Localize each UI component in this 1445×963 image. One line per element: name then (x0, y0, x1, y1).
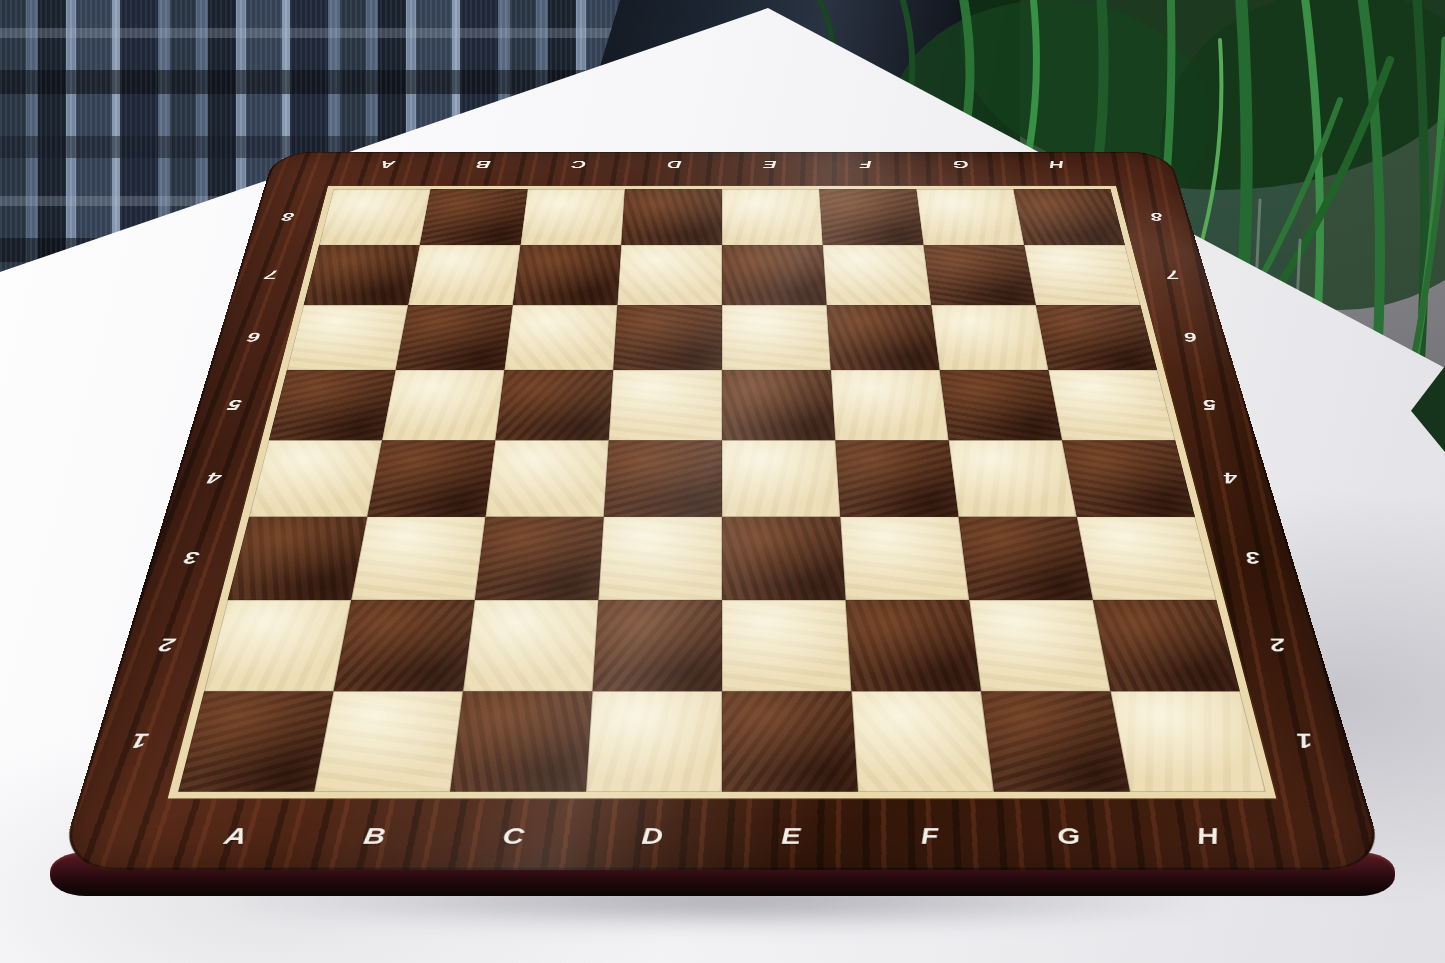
square-f3 (840, 517, 969, 600)
board-perspective-wrap: ABCDEFGH ABCDEFGH 87654321 87654321 (0, 0, 1445, 963)
coord-label-3: 3 (153, 517, 228, 600)
square-c1 (450, 691, 592, 791)
coord-label-a: A (337, 154, 437, 175)
coord-label-7: 7 (1143, 245, 1204, 305)
coord-label-6: 6 (1159, 305, 1223, 370)
chess-board: ABCDEFGH ABCDEFGH 87654321 87654321 (57, 152, 1387, 870)
coord-label-4: 4 (178, 440, 249, 516)
coord-label-g: G (997, 814, 1143, 859)
square-a5 (269, 370, 396, 440)
square-h5 (1048, 370, 1175, 440)
square-d6 (613, 305, 722, 370)
coord-label-4: 4 (1195, 440, 1266, 516)
square-g3 (958, 517, 1092, 600)
square-b6 (396, 305, 513, 370)
coord-label-1: 1 (1263, 691, 1348, 791)
square-f6 (827, 305, 940, 370)
square-d8 (621, 189, 722, 245)
coord-bottom: ABCDEFGH (161, 814, 1283, 859)
coord-label-2: 2 (126, 600, 206, 691)
square-g7 (924, 245, 1036, 305)
square-g6 (931, 305, 1048, 370)
coord-label-8: 8 (1128, 189, 1186, 245)
square-b8 (420, 189, 528, 245)
square-f7 (823, 245, 931, 305)
coord-label-d: D (582, 814, 722, 859)
coord-label-f: F (859, 814, 1002, 859)
square-e6 (722, 305, 831, 370)
square-a1 (178, 691, 333, 791)
scene: ABCDEFGH ABCDEFGH 87654321 87654321 (0, 0, 1445, 963)
square-f4 (835, 440, 958, 516)
coord-label-g: G (912, 154, 1011, 175)
square-d7 (617, 245, 722, 305)
coord-label-3: 3 (1216, 517, 1291, 600)
coord-label-7: 7 (240, 245, 301, 305)
coord-label-8: 8 (258, 189, 316, 245)
square-e8 (722, 189, 823, 245)
square-h7 (1024, 245, 1140, 305)
square-f2 (846, 600, 981, 691)
square-f1 (851, 691, 993, 791)
coord-label-f: F (817, 154, 915, 175)
square-f8 (819, 189, 923, 245)
square-e3 (722, 517, 846, 600)
square-g4 (949, 440, 1077, 516)
square-c6 (504, 305, 617, 370)
coord-label-1: 1 (96, 691, 181, 791)
square-c3 (475, 517, 604, 600)
square-d4 (604, 440, 722, 516)
square-b3 (351, 517, 485, 600)
square-h8 (1013, 189, 1125, 245)
square-c5 (495, 370, 613, 440)
square-g5 (940, 370, 1062, 440)
square-h4 (1062, 440, 1195, 516)
square-d2 (593, 600, 722, 691)
square-a7 (304, 245, 420, 305)
square-b7 (408, 245, 520, 305)
square-e5 (722, 370, 835, 440)
coord-top: ABCDEFGH (337, 154, 1107, 175)
coord-label-b: B (433, 154, 532, 175)
square-c2 (463, 600, 598, 691)
coord-label-e: E (722, 814, 862, 859)
square-h2 (1093, 600, 1240, 691)
square-g2 (969, 600, 1110, 691)
square-g1 (981, 691, 1130, 791)
square-b1 (314, 691, 463, 791)
square-a3 (228, 517, 368, 600)
coord-label-5: 5 (1176, 370, 1243, 440)
square-h6 (1036, 305, 1157, 370)
coord-label-d: D (626, 154, 722, 175)
square-e2 (722, 600, 851, 691)
square-c4 (486, 440, 609, 516)
square-a2 (204, 600, 351, 691)
square-e7 (722, 245, 827, 305)
coord-label-b: B (301, 814, 447, 859)
square-a6 (287, 305, 408, 370)
square-c7 (513, 245, 621, 305)
square-b4 (367, 440, 495, 516)
coord-label-e: E (722, 154, 818, 175)
square-h1 (1110, 691, 1265, 791)
square-b5 (382, 370, 504, 440)
coord-label-c: C (441, 814, 584, 859)
square-e1 (722, 691, 858, 791)
square-d5 (609, 370, 722, 440)
square-a4 (249, 440, 382, 516)
board-squares (178, 189, 1266, 791)
coord-label-h: H (1007, 154, 1107, 175)
square-a8 (319, 189, 431, 245)
coord-label-a: A (161, 814, 310, 859)
square-e4 (722, 440, 840, 516)
square-g8 (916, 189, 1024, 245)
square-d1 (586, 691, 722, 791)
coord-label-h: H (1134, 814, 1283, 859)
coord-label-2: 2 (1238, 600, 1318, 691)
square-h3 (1077, 517, 1217, 600)
coord-label-5: 5 (200, 370, 267, 440)
coord-label-6: 6 (221, 305, 285, 370)
square-b2 (334, 600, 475, 691)
square-d3 (598, 517, 722, 600)
square-c8 (520, 189, 624, 245)
square-f5 (831, 370, 949, 440)
coord-label-c: C (529, 154, 627, 175)
